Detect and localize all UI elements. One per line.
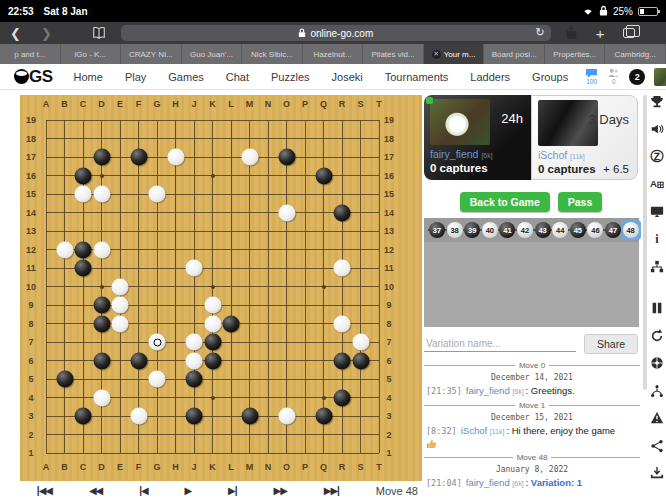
- coordinate-label: 2: [28, 430, 33, 440]
- prev-move-button[interactable]: |◀: [139, 485, 148, 496]
- coordinate-label: 9: [28, 300, 33, 310]
- black-stone-C11[interactable]: [75, 260, 92, 277]
- coordinate-label: P: [302, 99, 308, 109]
- black-stone-D6[interactable]: [93, 352, 110, 369]
- black-player-avatar: [430, 99, 490, 145]
- chat-date-divider: January 8, 2022: [424, 465, 640, 474]
- coordinate-label: 13: [26, 226, 36, 236]
- coordinate-label: C: [80, 462, 87, 472]
- white-stone-J6[interactable]: [186, 352, 203, 369]
- coordinate-label: O: [283, 462, 290, 472]
- chat-move-divider: Move 0: [424, 361, 640, 370]
- white-stone-D4[interactable]: [93, 389, 110, 406]
- white-stone-G15[interactable]: [149, 186, 166, 203]
- white-stone-J7[interactable]: [186, 334, 203, 351]
- black-stone-J5[interactable]: [186, 371, 203, 388]
- thumbs-up-emoji: [426, 438, 437, 449]
- nav-item-joseki[interactable]: Joseki: [321, 71, 374, 83]
- coordinate-label: C: [80, 99, 87, 109]
- coordinate-label: 8: [28, 319, 33, 329]
- pause-icon[interactable]: [650, 301, 665, 316]
- chat-date-divider: December 15, 2021: [424, 413, 640, 422]
- chat-username[interactable]: iSchof: [461, 425, 490, 436]
- white-stone-O14[interactable]: [278, 204, 295, 221]
- download-icon[interactable]: [650, 466, 665, 481]
- last-move-marker: [153, 338, 161, 346]
- chat-user-rank: [11k]: [490, 428, 507, 435]
- coordinate-label: 17: [384, 152, 394, 162]
- black-captures: 0 captures: [430, 162, 488, 174]
- coordinate-label: 3: [28, 411, 33, 421]
- variation-name-input[interactable]: [424, 336, 576, 352]
- coordinate-label: S: [357, 99, 363, 109]
- black-player-card[interactable]: 24h fairy_fiend [6k] 0 captures: [424, 95, 531, 180]
- white-stone-B12[interactable]: [56, 241, 73, 258]
- coordinate-label: T: [376, 462, 382, 472]
- star-point: [211, 285, 215, 289]
- volume-icon[interactable]: [650, 122, 665, 137]
- nav-item-chat[interactable]: Chat: [215, 71, 260, 83]
- black-stone-Q16[interactable]: [315, 167, 332, 184]
- coordinate-label: Q: [320, 99, 327, 109]
- coordinate-label: 15: [384, 189, 394, 199]
- nav-item-play[interactable]: Play: [114, 71, 157, 83]
- fast-forward-button[interactable]: ▶▶: [273, 485, 286, 496]
- pass-button[interactable]: Pass: [558, 192, 603, 212]
- clock-time: 22:53: [8, 6, 34, 17]
- coordinate-label: B: [61, 99, 68, 109]
- coordinate-label: 11: [26, 263, 36, 273]
- nav-item-tournaments[interactable]: Tournaments: [374, 71, 460, 83]
- nav-item-groups[interactable]: Groups: [521, 71, 579, 83]
- playback-bar: |◀◀◀◀|◀▶▶|▶▶▶▶| Move 48: [0, 481, 424, 500]
- coordinate-label: J: [191, 99, 196, 109]
- chat-timestamp: [21:35]: [426, 386, 462, 396]
- status-bar: 22:53 Sat 8 Jan 25%: [0, 0, 666, 22]
- coordinate-label: G: [153, 462, 160, 472]
- tab-bar: p and t...iGo - K...CRAZY NI...Guo Juan'…: [0, 44, 666, 64]
- chat-move-divider: Move 48: [424, 453, 640, 462]
- coordinate-label: G: [153, 99, 160, 109]
- star-point: [211, 174, 215, 178]
- move-46-stone[interactable]: 46: [587, 222, 603, 238]
- star-point: [322, 285, 326, 289]
- coordinate-label: 10: [26, 282, 36, 292]
- black-stone-Q3[interactable]: [315, 408, 332, 425]
- go-stone-logo-icon: [14, 69, 29, 84]
- coordinate-label: L: [228, 99, 234, 109]
- komi-value: + 6.5: [603, 163, 629, 175]
- white-player-clock: 3 Days: [589, 112, 629, 127]
- share-icon[interactable]: [650, 438, 665, 453]
- move-37-stone[interactable]: 37: [429, 222, 445, 238]
- url-text: online-go.com: [310, 28, 373, 39]
- black-stone-J3[interactable]: [186, 408, 203, 425]
- app-window: 22:53 Sat 8 Jan 25% ❮ ❯ online-go.com ↻: [0, 0, 666, 500]
- white-stone-E10[interactable]: [112, 278, 129, 295]
- white-stone-R8[interactable]: [334, 315, 351, 332]
- browser-tab[interactable]: Properties...: [545, 44, 606, 64]
- chat-timestamp: [21:04]: [426, 478, 462, 488]
- white-stone-G7[interactable]: [149, 334, 166, 351]
- go-board[interactable]: AABBCCDDEEFFGGHHJJKKLLMMNNOOPPQQRRSSTT11…: [20, 95, 422, 481]
- black-stone-R6[interactable]: [334, 352, 351, 369]
- battery-icon: [638, 7, 658, 16]
- warning-icon[interactable]: [650, 411, 665, 426]
- player-cards: 24h fairy_fiend [6k] 0 captures 3 Days i…: [424, 95, 638, 180]
- zen-icon[interactable]: Ⓩ: [650, 149, 665, 164]
- coordinate-label: 18: [26, 134, 36, 144]
- white-stone-O3[interactable]: [278, 408, 295, 425]
- notification-badge[interactable]: 2: [629, 69, 645, 85]
- info-icon[interactable]: i: [650, 232, 665, 247]
- black-stone-F17[interactable]: [130, 149, 147, 166]
- white-stone-J11[interactable]: [186, 260, 203, 277]
- coordinate-label: J: [191, 462, 196, 472]
- monitor-icon[interactable]: [650, 204, 665, 219]
- move-41-stone[interactable]: 41: [499, 222, 515, 238]
- coordinate-label: 18: [384, 134, 394, 144]
- chat-indicator[interactable]: 100: [585, 68, 598, 86]
- star-point: [322, 396, 326, 400]
- star-point: [211, 396, 215, 400]
- clock-date: Sat 8 Jan: [44, 6, 88, 17]
- coordinate-label: E: [117, 99, 123, 109]
- coordinate-label: 7: [386, 337, 391, 347]
- coordinate-label: F: [136, 99, 142, 109]
- coordinate-label: K: [209, 462, 216, 472]
- share-button[interactable]: Share: [584, 334, 638, 354]
- white-stone-E9[interactable]: [112, 297, 129, 314]
- white-stone-H17[interactable]: [167, 149, 184, 166]
- sitemap-icon[interactable]: [650, 259, 665, 274]
- browser-tab[interactable]: p and t...: [0, 44, 61, 64]
- coordinate-label: 2: [386, 430, 391, 440]
- black-stone-O17[interactable]: [278, 149, 295, 166]
- coordinate-label: A: [43, 462, 50, 472]
- black-stone-D17[interactable]: [93, 149, 110, 166]
- chat-message: [21:04]fairy_fiend [6k] : Variation: 1: [426, 477, 640, 490]
- coordinate-label: T: [376, 99, 382, 109]
- coordinate-label: 14: [26, 208, 36, 218]
- browser-tab[interactable]: Pilates vid...: [363, 44, 424, 64]
- address-bar[interactable]: online-go.com ↻: [121, 25, 551, 41]
- browser-tab[interactable]: Board posi...: [484, 44, 545, 64]
- svg-text:A: A: [650, 178, 657, 189]
- black-stone-R14[interactable]: [334, 204, 351, 221]
- coordinate-label: D: [98, 462, 105, 472]
- coordinate-label: E: [117, 462, 123, 472]
- nav-item-games[interactable]: Games: [157, 71, 214, 83]
- star-point: [100, 285, 104, 289]
- online-indicator: [426, 97, 433, 104]
- battery-percent: 25%: [613, 6, 633, 17]
- white-stone-K8[interactable]: [204, 315, 221, 332]
- black-stone-R4[interactable]: [334, 389, 351, 406]
- white-stone-M17[interactable]: [241, 149, 258, 166]
- new-tab-icon[interactable]: +: [596, 25, 605, 42]
- black-stone-F6[interactable]: [130, 352, 147, 369]
- coordinate-label: N: [265, 99, 272, 109]
- last-move-button[interactable]: ▶▶|: [324, 485, 339, 496]
- coordinate-label: 14: [384, 208, 394, 218]
- share-sheet-icon[interactable]: [565, 26, 578, 40]
- black-stone-K7[interactable]: [204, 334, 221, 351]
- browser-toolbar: ❮ ❯ online-go.com ↻ +: [0, 22, 666, 44]
- user-avatar[interactable]: [654, 68, 666, 86]
- browser-tab[interactable]: CRAZY NI...: [121, 44, 182, 64]
- black-stone-M3[interactable]: [241, 408, 258, 425]
- chat-date-divider: December 14, 2021: [424, 373, 640, 382]
- tab-overview-icon[interactable]: [623, 28, 635, 38]
- black-stone-S6[interactable]: [352, 352, 369, 369]
- next-move-button[interactable]: ▶|: [228, 485, 237, 496]
- black-stone-K6[interactable]: [204, 352, 221, 369]
- white-stone-D12[interactable]: [93, 241, 110, 258]
- browser-tab[interactable]: Nick Sibic...: [242, 44, 303, 64]
- coordinate-label: 12: [384, 245, 394, 255]
- bookmarks-icon[interactable]: [92, 26, 107, 41]
- browser-tab[interactable]: Cambridg...: [605, 44, 666, 64]
- coordinate-label: K: [209, 99, 216, 109]
- white-stone-C15[interactable]: [75, 186, 92, 203]
- move-47-stone[interactable]: 47: [605, 222, 621, 238]
- black-player-name[interactable]: fairy_fiend [6k]: [430, 148, 493, 160]
- variation-link[interactable]: Variation: 1: [531, 477, 582, 488]
- move-43-stone[interactable]: 43: [535, 222, 551, 238]
- coordinate-label: 1: [386, 448, 391, 458]
- coordinate-label: 8: [386, 319, 391, 329]
- translate-icon[interactable]: A: [650, 177, 665, 192]
- white-stone-F3[interactable]: [130, 408, 147, 425]
- fork-icon[interactable]: [650, 383, 665, 398]
- browser-tab[interactable]: Hazelnut...: [303, 44, 364, 64]
- ai-review-icon[interactable]: [650, 356, 665, 371]
- move-38-stone[interactable]: 38: [447, 222, 463, 238]
- nav-item-ladders[interactable]: Ladders: [459, 71, 521, 83]
- coordinate-label: 19: [384, 115, 394, 125]
- move-45-stone[interactable]: 45: [570, 222, 586, 238]
- white-captures: 0 captures: [538, 163, 596, 175]
- move-number-label: Move 48: [376, 485, 418, 497]
- coordinate-label: P: [302, 462, 308, 472]
- coordinate-label: 3: [386, 411, 391, 421]
- move-40-stone[interactable]: 40: [482, 222, 498, 238]
- coordinate-label: M: [246, 99, 254, 109]
- star-point: [100, 174, 104, 178]
- white-stone-K9[interactable]: [204, 297, 221, 314]
- coordinate-label: N: [265, 462, 272, 472]
- white-stone-R11[interactable]: [334, 260, 351, 277]
- nav-menu: HomePlayGamesChatPuzzlesJosekiTournament…: [63, 71, 580, 83]
- black-stone-C16[interactable]: [75, 167, 92, 184]
- move-44-stone[interactable]: 44: [552, 222, 568, 238]
- black-player-clock: 24h: [501, 111, 523, 126]
- chat-username[interactable]: fairy_fiend: [466, 385, 512, 396]
- wifi-icon: [582, 6, 594, 16]
- chat-message: [21:35]fairy_fiend [6k] : Greetings.: [426, 385, 640, 398]
- black-stone-D8[interactable]: [93, 315, 110, 332]
- nav-item-puzzles[interactable]: Puzzles: [260, 71, 321, 83]
- black-stone-L8[interactable]: [223, 315, 240, 332]
- coordinate-label: O: [283, 99, 290, 109]
- reload-icon[interactable]: ↻: [536, 26, 545, 39]
- white-stone-S7[interactable]: [352, 334, 369, 351]
- coordinate-label: 11: [384, 263, 394, 273]
- ogs-logo[interactable]: GS: [14, 67, 53, 87]
- chat-log[interactable]: Move 0December 14, 2021[21:35]fairy_fien…: [424, 358, 640, 500]
- white-stone-G5[interactable]: [149, 371, 166, 388]
- coordinate-label: 12: [26, 245, 36, 255]
- coordinate-label: M: [246, 462, 254, 472]
- coordinate-label: 19: [26, 115, 36, 125]
- coordinate-label: 13: [384, 226, 394, 236]
- chat-user-rank: [6k]: [512, 480, 525, 487]
- browser-tab[interactable]: ✕Your m...: [424, 44, 485, 64]
- friends-indicator[interactable]: 0: [607, 68, 620, 86]
- move-tree-canvas[interactable]: [424, 242, 639, 327]
- chat-move-divider: Move 1: [424, 401, 640, 410]
- coordinate-label: 6: [28, 356, 33, 366]
- coordinate-label: A: [43, 99, 50, 109]
- chat-timestamp: [8:32]: [426, 426, 457, 436]
- coordinate-label: 9: [386, 300, 391, 310]
- fast-rewind-button[interactable]: ◀◀: [89, 485, 102, 496]
- white-player-name[interactable]: iSchof [11k]: [538, 149, 585, 161]
- site-navbar: GS HomePlayGamesChatPuzzlesJosekiTournam…: [0, 64, 666, 90]
- chat-username[interactable]: fairy_fiend: [466, 477, 512, 488]
- trophy-icon[interactable]: [650, 94, 665, 109]
- lock-icon: [599, 6, 608, 16]
- close-tab-icon[interactable]: ✕: [432, 50, 441, 59]
- move-number-strip[interactable]: 373839404142434445464748: [424, 218, 639, 242]
- coordinate-label: 16: [384, 171, 394, 181]
- coordinate-label: D: [98, 99, 105, 109]
- back-to-game-button[interactable]: Back to Game: [460, 192, 550, 212]
- browser-tab[interactable]: Guo Juan'...: [182, 44, 243, 64]
- coordinate-label: 4: [28, 393, 33, 403]
- move-39-stone[interactable]: 39: [464, 222, 480, 238]
- move-42-stone[interactable]: 42: [517, 222, 533, 238]
- coordinate-label: L: [228, 462, 234, 472]
- black-stone-C3[interactable]: [75, 408, 92, 425]
- white-player-card[interactable]: 3 Days iSchof [11k] 0 captures + 6.5: [531, 95, 638, 180]
- coordinate-label: H: [172, 99, 179, 109]
- coordinate-label: 4: [386, 393, 391, 403]
- chat-message: [8:32]iSchof [11k] : Hi there, enjoy the…: [426, 425, 640, 451]
- coordinate-label: B: [61, 462, 68, 472]
- coordinate-label: 5: [28, 374, 33, 384]
- forward-button[interactable]: ❯: [31, 26, 62, 41]
- black-stone-D9[interactable]: [93, 297, 110, 314]
- play-button[interactable]: ▶: [185, 485, 192, 496]
- coordinate-label: Q: [320, 462, 327, 472]
- back-button[interactable]: ❮: [0, 26, 31, 41]
- chat-user-rank: [6k]: [512, 388, 525, 395]
- nav-item-home[interactable]: Home: [63, 71, 114, 83]
- coordinate-label: 16: [26, 171, 36, 181]
- coordinate-label: 5: [386, 374, 391, 384]
- padlock-icon: [298, 29, 306, 38]
- coordinate-label: R: [339, 462, 346, 472]
- coordinate-label: S: [357, 462, 363, 472]
- refresh-icon[interactable]: [650, 328, 665, 343]
- coordinate-label: H: [172, 462, 179, 472]
- black-stone-B5[interactable]: [56, 371, 73, 388]
- coordinate-label: 1: [28, 448, 33, 458]
- coordinate-label: 6: [386, 356, 391, 366]
- white-stone-D15[interactable]: [93, 186, 110, 203]
- coordinate-label: F: [136, 462, 142, 472]
- coordinate-label: R: [339, 99, 346, 109]
- coordinate-label: 7: [28, 337, 33, 347]
- coordinate-label: 10: [384, 282, 394, 292]
- scrollbar[interactable]: [643, 95, 647, 390]
- game-tools-strip: ⓏAi: [648, 94, 666, 494]
- first-move-button[interactable]: |◀◀: [37, 485, 52, 496]
- coordinate-label: 15: [26, 189, 36, 199]
- coordinate-label: 17: [26, 152, 36, 162]
- black-stone-C12[interactable]: [75, 241, 92, 258]
- white-stone-E8[interactable]: [112, 315, 129, 332]
- browser-tab[interactable]: iGo - K...: [61, 44, 122, 64]
- move-48-stone[interactable]: 48: [623, 222, 639, 238]
